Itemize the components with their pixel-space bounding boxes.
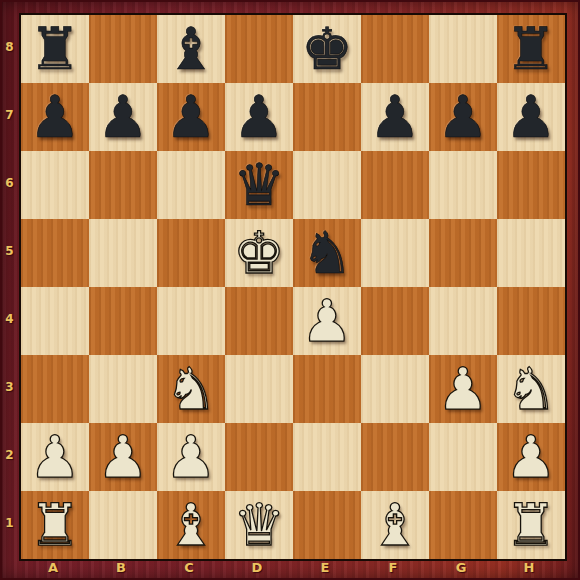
chess-board: ♜♝♚♜♟♟♟♟♟♟♟♛♚♞♟♞♟♞♟♟♟♟♜♝♛♝♜ xyxy=(19,13,567,561)
piece-white-pawn[interactable]: ♟ xyxy=(301,287,353,355)
file-label-d: D xyxy=(223,557,291,577)
square-f6[interactable] xyxy=(361,151,429,219)
square-e7[interactable] xyxy=(293,83,361,151)
rank-label-5: 5 xyxy=(0,217,19,285)
square-a6[interactable] xyxy=(21,151,89,219)
square-b6[interactable] xyxy=(89,151,157,219)
piece-black-king[interactable]: ♚ xyxy=(301,15,353,83)
rank-label-6: 6 xyxy=(0,149,19,217)
square-h3[interactable]: ♞ xyxy=(497,355,565,423)
square-c4[interactable] xyxy=(157,287,225,355)
square-b8[interactable] xyxy=(89,15,157,83)
square-d2[interactable] xyxy=(225,423,293,491)
piece-white-queen[interactable]: ♛ xyxy=(233,491,285,559)
piece-black-pawn[interactable]: ♟ xyxy=(233,83,285,151)
square-e2[interactable] xyxy=(293,423,361,491)
piece-black-rook[interactable]: ♜ xyxy=(29,15,81,83)
square-b3[interactable] xyxy=(89,355,157,423)
square-c1[interactable]: ♝ xyxy=(157,491,225,559)
rank-label-7: 7 xyxy=(0,81,19,149)
piece-black-knight[interactable]: ♞ xyxy=(301,219,353,287)
square-h8[interactable]: ♜ xyxy=(497,15,565,83)
square-c8[interactable]: ♝ xyxy=(157,15,225,83)
square-g6[interactable] xyxy=(429,151,497,219)
square-d3[interactable] xyxy=(225,355,293,423)
file-label-a: A xyxy=(19,557,87,577)
square-b1[interactable] xyxy=(89,491,157,559)
square-d8[interactable] xyxy=(225,15,293,83)
file-label-f: F xyxy=(359,557,427,577)
piece-black-pawn[interactable]: ♟ xyxy=(97,83,149,151)
rank-label-8: 8 xyxy=(0,13,19,81)
piece-white-knight[interactable]: ♞ xyxy=(505,355,557,423)
square-c2[interactable]: ♟ xyxy=(157,423,225,491)
square-e8[interactable]: ♚ xyxy=(293,15,361,83)
square-h1[interactable]: ♜ xyxy=(497,491,565,559)
square-g4[interactable] xyxy=(429,287,497,355)
piece-white-bishop[interactable]: ♝ xyxy=(165,491,217,559)
square-b2[interactable]: ♟ xyxy=(89,423,157,491)
square-a3[interactable] xyxy=(21,355,89,423)
piece-white-pawn[interactable]: ♟ xyxy=(29,423,81,491)
square-g7[interactable]: ♟ xyxy=(429,83,497,151)
piece-black-pawn[interactable]: ♟ xyxy=(369,83,421,151)
piece-white-pawn[interactable]: ♟ xyxy=(505,423,557,491)
rank-label-3: 3 xyxy=(0,353,19,421)
square-d5[interactable]: ♚ xyxy=(225,219,293,287)
square-f3[interactable] xyxy=(361,355,429,423)
square-f1[interactable]: ♝ xyxy=(361,491,429,559)
piece-white-pawn[interactable]: ♟ xyxy=(165,423,217,491)
square-d6[interactable]: ♛ xyxy=(225,151,293,219)
piece-black-queen[interactable]: ♛ xyxy=(233,151,285,219)
square-b7[interactable]: ♟ xyxy=(89,83,157,151)
square-a7[interactable]: ♟ xyxy=(21,83,89,151)
square-h6[interactable] xyxy=(497,151,565,219)
square-h4[interactable] xyxy=(497,287,565,355)
rank-label-4: 4 xyxy=(0,285,19,353)
rank-label-2: 2 xyxy=(0,421,19,489)
piece-white-king[interactable]: ♚ xyxy=(233,219,285,287)
piece-white-bishop[interactable]: ♝ xyxy=(369,491,421,559)
file-label-h: H xyxy=(495,557,563,577)
square-f4[interactable] xyxy=(361,287,429,355)
square-d4[interactable] xyxy=(225,287,293,355)
chess-board-frame: ♜♝♚♜♟♟♟♟♟♟♟♛♚♞♟♞♟♞♟♟♟♟♜♝♛♝♜ 87654321 ABC… xyxy=(0,0,580,580)
rank-label-1: 1 xyxy=(0,489,19,557)
square-b5[interactable] xyxy=(89,219,157,287)
file-label-b: B xyxy=(87,557,155,577)
piece-black-pawn[interactable]: ♟ xyxy=(505,83,557,151)
square-f8[interactable] xyxy=(361,15,429,83)
square-b4[interactable] xyxy=(89,287,157,355)
file-label-g: G xyxy=(427,557,495,577)
piece-black-rook[interactable]: ♜ xyxy=(505,15,557,83)
square-h2[interactable]: ♟ xyxy=(497,423,565,491)
file-label-e: E xyxy=(291,557,359,577)
square-h7[interactable]: ♟ xyxy=(497,83,565,151)
file-label-c: C xyxy=(155,557,223,577)
square-a2[interactable]: ♟ xyxy=(21,423,89,491)
piece-white-pawn[interactable]: ♟ xyxy=(97,423,149,491)
piece-black-pawn[interactable]: ♟ xyxy=(29,83,81,151)
square-a1[interactable]: ♜ xyxy=(21,491,89,559)
square-a5[interactable] xyxy=(21,219,89,287)
square-g3[interactable]: ♟ xyxy=(429,355,497,423)
square-d7[interactable]: ♟ xyxy=(225,83,293,151)
file-labels: ABCDEFGH xyxy=(19,557,567,580)
square-a8[interactable]: ♜ xyxy=(21,15,89,83)
piece-white-knight[interactable]: ♞ xyxy=(165,355,217,423)
square-d1[interactable]: ♛ xyxy=(225,491,293,559)
square-e1[interactable] xyxy=(293,491,361,559)
square-g8[interactable] xyxy=(429,15,497,83)
square-e5[interactable]: ♞ xyxy=(293,219,361,287)
square-f7[interactable]: ♟ xyxy=(361,83,429,151)
square-e3[interactable] xyxy=(293,355,361,423)
square-f5[interactable] xyxy=(361,219,429,287)
piece-black-pawn[interactable]: ♟ xyxy=(437,83,489,151)
square-c3[interactable]: ♞ xyxy=(157,355,225,423)
square-c6[interactable] xyxy=(157,151,225,219)
square-c7[interactable]: ♟ xyxy=(157,83,225,151)
square-e4[interactable]: ♟ xyxy=(293,287,361,355)
square-f2[interactable] xyxy=(361,423,429,491)
square-a4[interactable] xyxy=(21,287,89,355)
square-e6[interactable] xyxy=(293,151,361,219)
square-g1[interactable] xyxy=(429,491,497,559)
piece-black-pawn[interactable]: ♟ xyxy=(165,83,217,151)
square-c5[interactable] xyxy=(157,219,225,287)
square-g2[interactable] xyxy=(429,423,497,491)
square-g5[interactable] xyxy=(429,219,497,287)
square-h5[interactable] xyxy=(497,219,565,287)
piece-white-rook[interactable]: ♜ xyxy=(29,491,81,559)
piece-white-rook[interactable]: ♜ xyxy=(505,491,557,559)
piece-white-pawn[interactable]: ♟ xyxy=(437,355,489,423)
rank-labels: 87654321 xyxy=(0,13,19,557)
piece-black-bishop[interactable]: ♝ xyxy=(165,15,217,83)
